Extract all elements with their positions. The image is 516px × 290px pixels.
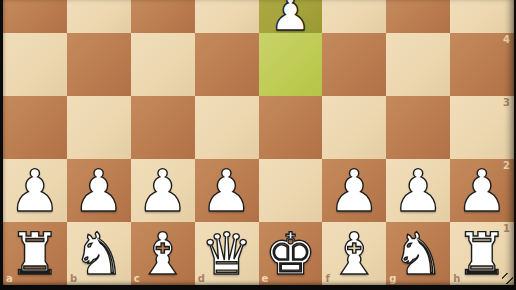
white-pawn-g2[interactable]: ♟ [392,160,444,223]
square-a4[interactable] [3,33,67,96]
white-knight-g1[interactable]: ♞ [392,223,444,286]
board-row: 3 [3,96,514,159]
file-label-h: h [453,274,460,284]
file-label-c: c [134,274,140,284]
square-g2[interactable]: ♟ [386,159,450,222]
square-c1[interactable]: ♝c [131,222,195,285]
square-f2[interactable]: ♟ [322,159,386,222]
square-e2[interactable] [259,159,323,222]
square-d3[interactable] [195,96,259,159]
rank-label-1: 1 [503,224,510,234]
rank-label-3: 3 [503,98,510,108]
white-pawn-h2[interactable]: ♟ [456,160,508,223]
square-a3[interactable] [3,96,67,159]
square-h1[interactable]: ♜h1 [450,222,514,285]
square-b2[interactable]: ♟ [67,159,131,222]
board-row: ♟ [3,0,514,33]
square-g5[interactable] [386,0,450,33]
rank-label-2: 2 [503,161,510,171]
white-pawn-d2[interactable]: ♟ [201,160,253,223]
file-label-e: e [262,274,269,284]
square-c2[interactable]: ♟ [131,159,195,222]
square-f4[interactable] [322,33,386,96]
board-row: ♜a♞b♝c♛d♚e♝f♞g♜h1 [3,222,514,285]
white-king-e1[interactable]: ♚ [264,223,316,286]
white-pawn-a2[interactable]: ♟ [9,160,61,223]
square-b3[interactable] [67,96,131,159]
white-bishop-c1[interactable]: ♝ [137,223,189,286]
square-e4[interactable] [259,33,323,96]
square-e5[interactable]: ♟ [259,0,323,33]
square-h2[interactable]: ♟2 [450,159,514,222]
square-d5[interactable] [195,0,259,33]
white-pawn-c2[interactable]: ♟ [137,160,189,223]
square-b4[interactable] [67,33,131,96]
white-pawn-e5[interactable]: ♟ [270,0,311,37]
square-f3[interactable] [322,96,386,159]
square-g3[interactable] [386,96,450,159]
square-g1[interactable]: ♞g [386,222,450,285]
file-label-d: d [198,274,205,284]
square-c5[interactable] [131,0,195,33]
white-knight-b1[interactable]: ♞ [73,223,125,286]
square-e1[interactable]: ♚e [259,222,323,285]
file-label-b: b [70,274,77,284]
square-c3[interactable] [131,96,195,159]
square-f5[interactable] [322,0,386,33]
rank-label-4: 4 [503,35,510,45]
square-g4[interactable] [386,33,450,96]
white-rook-a1[interactable]: ♜ [9,223,61,286]
bottom-edge-strip [0,285,516,290]
square-d2[interactable]: ♟ [195,159,259,222]
square-h4[interactable]: 4 [450,33,514,96]
square-f1[interactable]: ♝f [322,222,386,285]
square-a1[interactable]: ♜a [3,222,67,285]
square-h3[interactable]: 3 [450,96,514,159]
white-pawn-b2[interactable]: ♟ [73,160,125,223]
board-resize-handle-icon[interactable] [502,273,513,284]
white-pawn-f2[interactable]: ♟ [328,160,380,223]
square-b5[interactable] [67,0,131,33]
board-row: ♟♟♟♟♟♟♟2 [3,159,514,222]
file-label-a: a [6,274,13,284]
chess-board: ♟43♟♟♟♟♟♟♟2♜a♞b♝c♛d♚e♝f♞g♜h1 [3,0,514,285]
file-label-f: f [325,274,329,284]
file-label-g: g [389,274,396,284]
square-d4[interactable] [195,33,259,96]
square-d1[interactable]: ♛d [195,222,259,285]
square-e3[interactable] [259,96,323,159]
white-rook-h1[interactable]: ♜ [456,223,508,286]
board-row: 4 [3,33,514,96]
white-queen-d1[interactable]: ♛ [201,223,253,286]
square-a2[interactable]: ♟ [3,159,67,222]
square-h5[interactable] [450,0,514,33]
square-b1[interactable]: ♞b [67,222,131,285]
white-bishop-f1[interactable]: ♝ [328,223,380,286]
square-c4[interactable] [131,33,195,96]
chess-board-screenshot: ♟43♟♟♟♟♟♟♟2♜a♞b♝c♛d♚e♝f♞g♜h1 [0,0,516,290]
square-a5[interactable] [3,0,67,33]
